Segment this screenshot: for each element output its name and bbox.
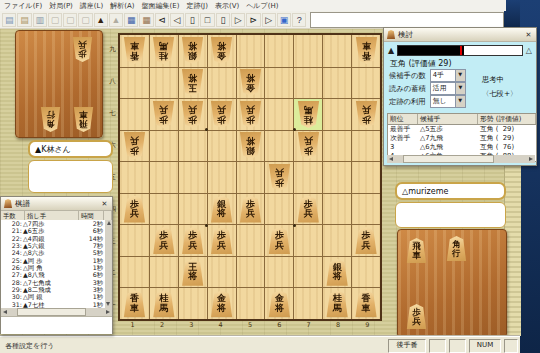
sente-piece-銀将: 銀 将 — [239, 132, 262, 159]
square-1七[interactable] — [120, 98, 149, 130]
analysis-horizontal-scrollbar[interactable] — [387, 155, 535, 163]
monitor-icon[interactable]: ▣ — [277, 13, 291, 27]
gote-piece-金将: 金 将 — [268, 290, 291, 317]
sente-piece-桂馬: 桂 馬 — [297, 101, 320, 128]
sente-hand-piece-歩兵[interactable]: 歩 兵 — [72, 37, 93, 62]
gote-name-plate: △murizeme — [395, 182, 506, 200]
sente-piece-香車: 香 車 — [355, 37, 378, 64]
square-1八[interactable] — [120, 67, 149, 99]
square-2五[interactable] — [149, 161, 178, 193]
file-label-9: 9 — [353, 321, 382, 331]
move-number: 22: — [1, 235, 23, 242]
sente-mark: ▲ — [388, 46, 394, 55]
square-1九[interactable]: 香 車 — [120, 35, 149, 67]
kifu-horizontal-scrollbar[interactable] — [1, 308, 112, 316]
square-1一[interactable]: 香 車 — [120, 287, 149, 319]
rank-label-九: 九 — [108, 33, 117, 65]
status-hint: 各種設定を行う — [0, 341, 385, 351]
square-6四[interactable] — [264, 193, 293, 225]
square-5八[interactable]: 金 将 — [236, 67, 265, 99]
hoshi-dot — [205, 128, 208, 131]
sente-piece-桂馬: 桂 馬 — [152, 37, 175, 64]
square-8三[interactable] — [322, 224, 351, 256]
square-9三[interactable]: 歩 兵 — [351, 224, 380, 256]
sente-piece-歩兵: 歩 兵 — [268, 164, 291, 191]
gote-captured-tray: 飛 車角 行歩 兵 — [397, 229, 507, 338]
square-4七[interactable]: 歩 兵 — [207, 98, 236, 130]
scroll-right-icon[interactable] — [106, 310, 110, 314]
square-7三[interactable] — [293, 224, 322, 256]
save-kifu-icon[interactable]: ▥ — [33, 13, 47, 27]
kifu-move-row[interactable]: 21:▲6五歩6秒 — [1, 227, 112, 234]
option-value: 4手 — [431, 70, 455, 81]
square-6七[interactable] — [264, 98, 293, 130]
square-4三[interactable]: 歩 兵 — [207, 224, 236, 256]
square-5九[interactable] — [236, 35, 265, 67]
menu-bar: ファイル(F)対局(P)講座(L)解析(A)盤面編集(E)定跡(J)表示(V)ヘ… — [0, 0, 506, 11]
square-2二[interactable] — [149, 256, 178, 288]
square-2三[interactable]: 歩 兵 — [149, 224, 178, 256]
status-panel — [429, 339, 446, 353]
gote-piece-王将: 王 将 — [181, 259, 204, 286]
sente-piece-香車: 香 車 — [123, 37, 146, 64]
move-text: △同 角 — [23, 264, 79, 271]
menu-item-2[interactable]: 対局(P) — [49, 1, 73, 11]
square-7七[interactable]: 桂 馬 — [293, 98, 322, 130]
shogi-piece-icon[interactable]: ▲ — [94, 13, 108, 27]
square-2四[interactable] — [149, 193, 178, 225]
kifu-titlebar[interactable]: 棋譜 ✕ — [1, 197, 112, 211]
candidate-eval: 互角 ( 29) — [478, 134, 536, 143]
file-label-2: 2 — [147, 321, 176, 331]
square-9七[interactable]: 歩 兵 — [351, 98, 380, 130]
square-4四[interactable]: 銀 将 — [207, 193, 236, 225]
square-9六[interactable] — [351, 130, 380, 162]
sente-piece-金将: 金 将 — [239, 69, 262, 96]
square-1四[interactable]: 歩 兵 — [120, 193, 149, 225]
square-4一[interactable]: 金 将 — [207, 287, 236, 319]
square-3六[interactable] — [178, 130, 207, 162]
square-6六[interactable] — [264, 130, 293, 162]
shogi-board: 香 車桂 馬銀 将金 将香 車玉 将金 将歩 兵歩 兵歩 兵歩 兵桂 馬歩 兵歩… — [118, 33, 382, 321]
square-2七[interactable]: 歩 兵 — [149, 98, 178, 130]
new-kifu-icon[interactable]: ▤ — [2, 13, 16, 27]
move-number: 23: — [1, 242, 23, 249]
scroll-left-icon[interactable] — [389, 157, 393, 161]
kifu-move-row[interactable]: 28:△7七角成3秒 — [1, 279, 112, 286]
move-text: ▲同 歩 — [23, 257, 79, 264]
candidate-move: △7九飛 — [418, 134, 478, 143]
kifu-vertical-scrollbar[interactable] — [105, 220, 112, 308]
kifu-move-row[interactable]: 20:△7四歩2秒 — [1, 220, 112, 227]
square-5一[interactable] — [236, 287, 265, 319]
nav-back-one-icon[interactable]: ▯ — [185, 13, 199, 27]
kifu-header-指し手: 指し手 — [25, 211, 79, 220]
column-header-順位: 順位 — [388, 114, 418, 124]
square-8八[interactable] — [322, 67, 351, 99]
thinking-status: 思考中 — [482, 73, 528, 87]
sente-piece-金将: 金 将 — [210, 37, 233, 64]
kifu-move-row[interactable]: 30:△同 銀1秒 — [1, 293, 112, 300]
column-header-候補手: 候補手 — [418, 114, 478, 124]
option-value: 無し — [431, 96, 455, 107]
candidate-eval: 互角 ( 76) — [478, 143, 536, 152]
candidate-rank: 最善手 — [388, 125, 418, 134]
menu-item-4[interactable]: 解析(A) — [110, 1, 134, 11]
file-label-1: 1 — [118, 321, 147, 331]
option-dropdown[interactable]: 4手▼ — [430, 69, 466, 82]
square-6二[interactable] — [264, 256, 293, 288]
file-label-4: 4 — [206, 321, 235, 331]
gote-piece-銀将: 銀 将 — [210, 196, 233, 223]
move-text: ▲6五歩 — [23, 227, 79, 234]
gote-piece-歩兵: 歩 兵 — [268, 227, 291, 254]
kifu-header-時間: 時間 — [79, 211, 104, 220]
kifu-move-row[interactable]: 31:▲7七桂1秒 — [1, 301, 112, 308]
nav-back-icon[interactable]: ◁ — [170, 13, 184, 27]
chevron-down-icon[interactable]: ▼ — [455, 70, 465, 81]
move-text: △7七角成 — [23, 279, 79, 286]
option-label: 候補手の数 — [389, 71, 426, 81]
gote-piece-歩兵: 歩 兵 — [210, 227, 233, 254]
move-number: 26: — [1, 264, 23, 271]
sente-captured-tray: 歩 兵角 行飛 車 — [15, 30, 103, 138]
toolbar-button-icon[interactable]: ▢ — [63, 13, 77, 27]
square-6三[interactable]: 歩 兵 — [264, 224, 293, 256]
square-8五[interactable] — [322, 161, 351, 193]
kifu-window-icon[interactable]: ▦ — [124, 13, 138, 27]
move-text: ▲8八飛 — [23, 271, 79, 278]
close-icon[interactable]: ✕ — [100, 200, 109, 208]
square-7二[interactable] — [293, 256, 322, 288]
move-number: 25: — [1, 257, 23, 264]
square-6九[interactable] — [264, 35, 293, 67]
move-number: 30: — [1, 293, 23, 300]
sente-piece-玉将: 玉 将 — [181, 69, 204, 96]
status-bar: 各種設定を行う 後手番 NUM — [0, 336, 520, 353]
square-2九[interactable]: 桂 馬 — [149, 35, 178, 67]
hoshi-dot — [293, 224, 296, 227]
square-2八[interactable] — [149, 67, 178, 99]
turn-indicator: 後手番 — [388, 339, 426, 353]
gote-piece-歩兵: 歩 兵 — [123, 196, 146, 223]
kifu-move-row[interactable]: 23:▲5六銀7秒 — [1, 242, 112, 249]
kifu-comment-area[interactable] — [1, 316, 112, 334]
nav-forward-icon[interactable]: ▷ — [231, 13, 245, 27]
square-5二[interactable] — [236, 256, 265, 288]
board-window-icon[interactable]: ▦ — [139, 13, 153, 27]
square-2一[interactable]: 桂 馬 — [149, 287, 178, 319]
square-6一[interactable]: 金 将 — [264, 287, 293, 319]
square-5四[interactable]: 歩 兵 — [236, 193, 265, 225]
nav-stop-icon[interactable]: □ — [200, 13, 214, 27]
square-5三[interactable] — [236, 224, 265, 256]
move-text: △8六歩 — [23, 249, 79, 256]
toolbar-combobox[interactable] — [310, 12, 504, 28]
option-label: 読みの蓄積 — [389, 84, 426, 94]
option-dropdown[interactable]: 無し▼ — [430, 95, 466, 108]
scroll-up-icon[interactable] — [107, 221, 111, 225]
kifu-move-row[interactable]: 27:▲8八飛6秒 — [1, 271, 112, 278]
hoshi-dot — [293, 128, 296, 131]
square-1五[interactable] — [120, 161, 149, 193]
square-5七[interactable]: 歩 兵 — [236, 98, 265, 130]
square-9五[interactable] — [351, 161, 380, 193]
shogi-piece-gray-icon[interactable]: ▲ — [109, 13, 123, 27]
gote-piece-歩兵: 歩 兵 — [181, 227, 204, 254]
scrollbar-thumb[interactable] — [403, 155, 494, 163]
analysis-row[interactable]: 3△6九飛互角 ( 76) — [388, 143, 536, 152]
gote-piece-歩兵: 歩 兵 — [239, 196, 262, 223]
move-text: ▲5六銀 — [23, 242, 79, 249]
square-7九[interactable] — [293, 35, 322, 67]
sente-hand-piece-飛車[interactable]: 飛 車 — [73, 107, 94, 132]
square-1二[interactable] — [120, 256, 149, 288]
evaluation-bar-row: ▲ △ — [384, 42, 536, 56]
chevron-down-icon[interactable]: ▼ — [455, 83, 465, 94]
chevron-down-icon[interactable]: ▼ — [455, 96, 465, 107]
sente-piece-歩兵: 歩 兵 — [181, 101, 204, 128]
sente-hand-piece-角行[interactable]: 角 行 — [40, 107, 61, 132]
square-9九[interactable]: 香 車 — [351, 35, 380, 67]
scroll-right-icon[interactable] — [529, 157, 533, 161]
engine-strength: 〈七段+〉 — [482, 87, 528, 101]
analysis-window: 検討 ✕ ▲ △ 互角 (評価値 29) 候補手の数4手▼読みの蓄積活用▼定跡の… — [383, 27, 537, 166]
engine-status: 思考中 〈七段+〉 — [482, 73, 528, 101]
kifu-window: 棋譜 ✕ 手数指し手時間 20:△7四歩2秒21:▲6五歩6秒22:△4四銀14… — [0, 196, 113, 334]
move-number: 29: — [1, 286, 23, 293]
kifu-list-header: 手数指し手時間 — [1, 211, 112, 220]
square-3二[interactable]: 王 将 — [178, 256, 207, 288]
move-number: 20: — [1, 220, 23, 227]
square-5五[interactable] — [236, 161, 265, 193]
square-9八[interactable] — [351, 67, 380, 99]
column-header-形勢 (評価値): 形勢 (評価値) — [478, 114, 536, 124]
nav-play-icon[interactable]: ▷ — [262, 13, 276, 27]
close-icon[interactable]: ✕ — [524, 31, 533, 39]
square-9一[interactable]: 香 車 — [351, 287, 380, 319]
menu-item-3[interactable]: 講座(L) — [80, 1, 103, 11]
square-9二[interactable] — [351, 256, 380, 288]
evaluation-bar-center-marker — [460, 46, 462, 55]
toolbar-button-icon[interactable]: ▢ — [48, 13, 62, 27]
nav-forward-one-icon[interactable]: ▯ — [216, 13, 230, 27]
move-text: △同 銀 — [23, 293, 79, 300]
candidate-rank: 3 — [388, 143, 418, 152]
sente-piece-歩兵: 歩 兵 — [355, 101, 378, 128]
square-4五[interactable] — [207, 161, 236, 193]
gote-hand-piece-飛車[interactable]: 飛 車 — [406, 238, 427, 263]
sente-piece-歩兵: 歩 兵 — [152, 101, 175, 128]
square-3一[interactable] — [178, 287, 207, 319]
gote-comment-box[interactable] — [395, 202, 506, 228]
gote-piece-金将: 金 将 — [210, 290, 233, 317]
sente-piece-歩兵: 歩 兵 — [297, 132, 320, 159]
square-5六[interactable]: 銀 将 — [236, 130, 265, 162]
file-label-6: 6 — [265, 321, 294, 331]
square-4六[interactable] — [207, 130, 236, 162]
move-number: 27: — [1, 271, 23, 278]
move-number: 31: — [1, 301, 23, 308]
candidate-move: △6九飛 — [418, 143, 478, 152]
analysis-row[interactable]: 次善手△7九飛互角 ( 29) — [388, 134, 536, 143]
sente-piece-銀将: 銀 将 — [181, 37, 204, 64]
sente-piece-歩兵: 歩 兵 — [239, 101, 262, 128]
file-label-7: 7 — [294, 321, 323, 331]
analysis-titlebar[interactable]: 検討 ✕ — [384, 28, 536, 42]
file-labels: 123456789 — [118, 321, 382, 331]
gote-piece-歩兵: 歩 兵 — [297, 196, 320, 223]
menu-item-7[interactable]: 表示(V) — [215, 1, 239, 11]
gote-piece-桂馬: 桂 馬 — [326, 290, 349, 317]
candidate-move: △5五歩 — [418, 125, 478, 134]
menu-item-8[interactable]: ヘルプ(H) — [246, 1, 278, 11]
kifu-move-row[interactable]: 29:▲8二飛成3秒 — [1, 286, 112, 293]
square-3三[interactable]: 歩 兵 — [178, 224, 207, 256]
square-7五[interactable] — [293, 161, 322, 193]
gote-piece-歩兵: 歩 兵 — [152, 227, 175, 254]
evaluation-bar-fill — [398, 46, 464, 55]
square-9四[interactable] — [351, 193, 380, 225]
scrollbar-thumb[interactable] — [17, 308, 86, 316]
move-text: ▲8二飛成 — [23, 286, 79, 293]
gote-piece-桂馬: 桂 馬 — [152, 290, 175, 317]
evaluation-text: 互角 (評価値 29) — [384, 56, 536, 69]
menu-item-5[interactable]: 盤面編集(E) — [141, 1, 179, 11]
rank-label-八: 八 — [108, 65, 117, 97]
square-8九[interactable] — [322, 35, 351, 67]
num-lock-indicator: NUM — [469, 339, 501, 353]
kifu-move-row[interactable]: 25:▲同 歩1秒 — [1, 257, 112, 264]
file-label-8: 8 — [323, 321, 352, 331]
square-4二[interactable] — [207, 256, 236, 288]
scroll-down-icon[interactable] — [106, 302, 110, 306]
scroll-left-icon[interactable] — [3, 310, 7, 314]
sente-name: ▲K林さん — [35, 144, 71, 155]
square-3四[interactable] — [178, 193, 207, 225]
option-dropdown[interactable]: 活用▼ — [430, 82, 466, 95]
square-4九[interactable]: 金 将 — [207, 35, 236, 67]
kifu-window-icon — [4, 199, 12, 208]
square-7六[interactable]: 歩 兵 — [293, 130, 322, 162]
candidate-eval: 互角 ( 29) — [478, 125, 536, 134]
square-4八[interactable] — [207, 67, 236, 99]
square-8七[interactable] — [322, 98, 351, 130]
file-label-3: 3 — [177, 321, 206, 331]
kifu-header-手数: 手数 — [1, 211, 25, 220]
square-7四[interactable]: 歩 兵 — [293, 193, 322, 225]
candidate-table-header: 順位候補手形勢 (評価値) — [388, 114, 536, 125]
gote-piece-銀将: 銀 将 — [326, 259, 349, 286]
sente-name-plate: ▲K林さん — [28, 140, 113, 158]
sente-piece-歩兵: 歩 兵 — [210, 101, 233, 128]
kifu-move-row[interactable]: 24:△8六歩5秒 — [1, 249, 112, 256]
square-2六[interactable] — [149, 130, 178, 162]
move-text: ▲7七桂 — [23, 301, 79, 308]
gote-hand-piece-歩兵[interactable]: 歩 兵 — [406, 304, 427, 329]
square-3九[interactable]: 銀 将 — [178, 35, 207, 67]
analysis-title: 検討 — [398, 30, 413, 40]
menu-item-1[interactable]: ファイル(F) — [4, 1, 42, 11]
open-kifu-icon[interactable]: ▤ — [17, 13, 31, 27]
square-3五[interactable] — [178, 161, 207, 193]
square-8六[interactable] — [322, 130, 351, 162]
option-label: 定跡の利用 — [389, 97, 426, 107]
help-icon[interactable]: ? — [292, 13, 306, 27]
square-7一[interactable] — [293, 287, 322, 319]
evaluation-bar — [397, 45, 523, 56]
sente-piece-歩兵: 歩 兵 — [123, 132, 146, 159]
move-number: 21: — [1, 227, 23, 234]
square-8四[interactable] — [322, 193, 351, 225]
square-1六[interactable]: 歩 兵 — [120, 130, 149, 162]
kifu-move-row[interactable]: 26:△同 角1秒 — [1, 264, 112, 271]
kifu-title: 棋譜 — [15, 199, 30, 209]
kifu-move-row[interactable]: 22:△4四銀14秒 — [1, 235, 112, 242]
file-label-5: 5 — [235, 321, 264, 331]
square-8一[interactable]: 桂 馬 — [322, 287, 351, 319]
status-panel — [449, 339, 466, 353]
analysis-window-icon — [387, 30, 395, 39]
move-text: △4四銀 — [23, 235, 79, 242]
gote-name: △murizeme — [402, 187, 448, 196]
gote-piece-歩兵: 歩 兵 — [355, 227, 378, 254]
rank-label-七: 七 — [108, 97, 117, 129]
square-7八[interactable] — [293, 67, 322, 99]
square-3七[interactable]: 歩 兵 — [178, 98, 207, 130]
square-6五[interactable]: 歩 兵 — [264, 161, 293, 193]
hoshi-dot — [205, 224, 208, 227]
move-text: △7四歩 — [23, 220, 79, 227]
analysis-row[interactable]: 最善手△5五歩互角 ( 29) — [388, 125, 536, 134]
move-number: 24: — [1, 249, 23, 256]
kifu-header-scroll — [104, 211, 112, 220]
square-8二[interactable]: 銀 将 — [322, 256, 351, 288]
square-3八[interactable]: 玉 将 — [178, 67, 207, 99]
nav-last-icon[interactable]: ⊳ — [246, 13, 260, 27]
gote-piece-香車: 香 車 — [123, 290, 146, 317]
kifu-move-list: 20:△7四歩2秒21:▲6五歩6秒22:△4四銀14秒23:▲5六銀7秒24:… — [1, 220, 112, 308]
candidate-rank: 次善手 — [388, 134, 418, 143]
move-number: 28: — [1, 279, 23, 286]
resize-grip[interactable] — [504, 339, 518, 353]
nav-first-icon[interactable]: ⊲ — [155, 13, 169, 27]
gote-mark: △ — [526, 46, 532, 55]
gote-piece-香車: 香 車 — [355, 290, 378, 317]
toolbar-button-icon[interactable]: ▢ — [78, 13, 92, 27]
option-value: 活用 — [431, 83, 455, 94]
square-6八[interactable] — [264, 67, 293, 99]
sente-comment-box[interactable] — [28, 160, 113, 193]
square-1三[interactable] — [120, 224, 149, 256]
gote-hand-piece-角行[interactable]: 角 行 — [446, 236, 467, 261]
menu-item-6[interactable]: 定跡(J) — [186, 1, 208, 11]
